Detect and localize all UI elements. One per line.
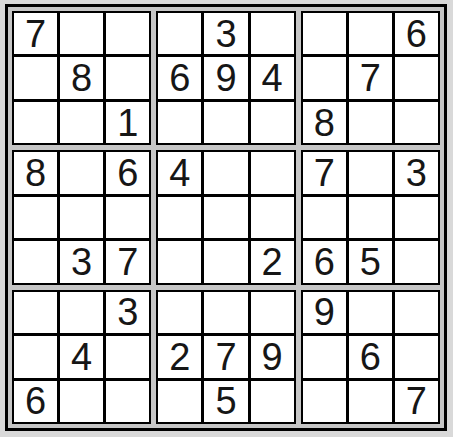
cell-r4c2[interactable]: [60, 152, 103, 193]
cell-r3c5[interactable]: [204, 102, 247, 143]
cell-r2c3[interactable]: [106, 57, 149, 98]
cell-r9c7[interactable]: [303, 381, 346, 422]
cell-r6c5[interactable]: [204, 241, 247, 282]
box-3-3: 967: [301, 290, 440, 424]
cell-r1c9[interactable]: 6: [395, 13, 438, 54]
cell-r2c7[interactable]: [303, 57, 346, 98]
cell-r8c8[interactable]: 6: [349, 336, 392, 377]
box-2-3: 7365: [301, 150, 440, 284]
cell-r6c9[interactable]: [395, 241, 438, 282]
cell-r8c2[interactable]: 4: [60, 336, 103, 377]
cell-r3c9[interactable]: [395, 102, 438, 143]
cell-r8c6[interactable]: 9: [251, 336, 294, 377]
box-1-1: 781: [12, 11, 151, 145]
cell-r1c5[interactable]: 3: [204, 13, 247, 54]
cell-r5c9[interactable]: [395, 197, 438, 238]
cell-r1c2[interactable]: [60, 13, 103, 54]
cell-r4c5[interactable]: [204, 152, 247, 193]
sudoku-board: 781369467886374273653462795967: [12, 11, 440, 424]
cell-r9c8[interactable]: [349, 381, 392, 422]
board-frame: 781369467886374273653462795967: [5, 4, 447, 431]
cell-r6c1[interactable]: [14, 241, 57, 282]
cell-r3c3[interactable]: 1: [106, 102, 149, 143]
sudoku-puzzle: 781369467886374273653462795967: [0, 0, 453, 437]
cell-r2c9[interactable]: [395, 57, 438, 98]
cell-r7c1[interactable]: [14, 292, 57, 333]
cell-r7c8[interactable]: [349, 292, 392, 333]
cell-r6c6[interactable]: 2: [251, 241, 294, 282]
cell-r3c4[interactable]: [158, 102, 201, 143]
box-1-2: 3694: [156, 11, 295, 145]
cell-r8c9[interactable]: [395, 336, 438, 377]
cell-r7c6[interactable]: [251, 292, 294, 333]
cell-r9c1[interactable]: 6: [14, 381, 57, 422]
cell-r8c5[interactable]: 7: [204, 336, 247, 377]
cell-r7c5[interactable]: [204, 292, 247, 333]
cell-r1c7[interactable]: [303, 13, 346, 54]
cell-r7c3[interactable]: 3: [106, 292, 149, 333]
cell-r5c7[interactable]: [303, 197, 346, 238]
cell-r4c6[interactable]: [251, 152, 294, 193]
cell-r3c6[interactable]: [251, 102, 294, 143]
cell-r4c3[interactable]: 6: [106, 152, 149, 193]
cell-r8c4[interactable]: 2: [158, 336, 201, 377]
cell-r5c5[interactable]: [204, 197, 247, 238]
box-2-2: 42: [156, 150, 295, 284]
box-2-1: 8637: [12, 150, 151, 284]
cell-r5c4[interactable]: [158, 197, 201, 238]
cell-r6c8[interactable]: 5: [349, 241, 392, 282]
cell-r9c5[interactable]: 5: [204, 381, 247, 422]
cell-r1c8[interactable]: [349, 13, 392, 54]
cell-r5c2[interactable]: [60, 197, 103, 238]
cell-r9c6[interactable]: [251, 381, 294, 422]
cell-r9c3[interactable]: [106, 381, 149, 422]
box-3-1: 346: [12, 290, 151, 424]
cell-r6c7[interactable]: 6: [303, 241, 346, 282]
cell-r1c4[interactable]: [158, 13, 201, 54]
cell-r2c5[interactable]: 9: [204, 57, 247, 98]
box-3-2: 2795: [156, 290, 295, 424]
cell-r7c9[interactable]: [395, 292, 438, 333]
cell-r7c2[interactable]: [60, 292, 103, 333]
cell-r1c1[interactable]: 7: [14, 13, 57, 54]
cell-r8c7[interactable]: [303, 336, 346, 377]
cell-r5c6[interactable]: [251, 197, 294, 238]
cell-r5c8[interactable]: [349, 197, 392, 238]
cell-r3c1[interactable]: [14, 102, 57, 143]
cell-r1c3[interactable]: [106, 13, 149, 54]
cell-r4c4[interactable]: 4: [158, 152, 201, 193]
cell-r4c7[interactable]: 7: [303, 152, 346, 193]
cell-r5c1[interactable]: [14, 197, 57, 238]
cell-r9c2[interactable]: [60, 381, 103, 422]
cell-r6c4[interactable]: [158, 241, 201, 282]
cell-r7c7[interactable]: 9: [303, 292, 346, 333]
cell-r2c2[interactable]: 8: [60, 57, 103, 98]
cell-r6c2[interactable]: 3: [60, 241, 103, 282]
cell-r4c1[interactable]: 8: [14, 152, 57, 193]
cell-r5c3[interactable]: [106, 197, 149, 238]
cell-r8c3[interactable]: [106, 336, 149, 377]
cell-r2c6[interactable]: 4: [251, 57, 294, 98]
cell-r6c3[interactable]: 7: [106, 241, 149, 282]
cell-r2c1[interactable]: [14, 57, 57, 98]
cell-r1c6[interactable]: [251, 13, 294, 54]
cell-r9c9[interactable]: 7: [395, 381, 438, 422]
cell-r4c8[interactable]: [349, 152, 392, 193]
cell-r7c4[interactable]: [158, 292, 201, 333]
cell-r8c1[interactable]: [14, 336, 57, 377]
cell-r3c8[interactable]: [349, 102, 392, 143]
cell-r9c4[interactable]: [158, 381, 201, 422]
cell-r2c4[interactable]: 6: [158, 57, 201, 98]
cell-r3c2[interactable]: [60, 102, 103, 143]
cell-r3c7[interactable]: 8: [303, 102, 346, 143]
box-1-3: 678: [301, 11, 440, 145]
cell-r2c8[interactable]: 7: [349, 57, 392, 98]
cell-r4c9[interactable]: 3: [395, 152, 438, 193]
